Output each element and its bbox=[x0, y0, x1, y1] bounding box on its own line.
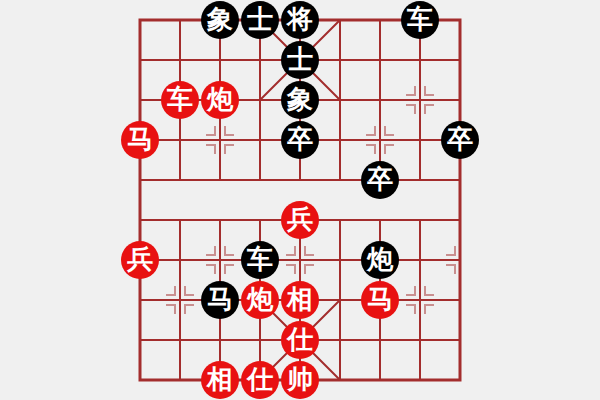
piece-black-soldier[interactable]: 卒 bbox=[361, 161, 399, 199]
piece-glyph: 马 bbox=[367, 287, 393, 313]
piece-black-cannon[interactable]: 炮 bbox=[361, 241, 399, 279]
piece-glyph: 相 bbox=[207, 367, 233, 393]
piece-glyph: 炮 bbox=[247, 287, 273, 313]
piece-black-general[interactable]: 将 bbox=[281, 1, 319, 39]
piece-glyph: 马 bbox=[207, 287, 233, 313]
piece-glyph: 仕 bbox=[287, 327, 313, 353]
piece-glyph: 士 bbox=[287, 47, 313, 73]
pieces-layer: 象士将车士车炮象马卒卒卒兵兵车炮马炮相马仕相仕帅 bbox=[120, 0, 480, 400]
piece-black-advisor[interactable]: 士 bbox=[281, 41, 319, 79]
piece-glyph: 车 bbox=[407, 7, 433, 33]
piece-red-cannon[interactable]: 炮 bbox=[201, 81, 239, 119]
piece-black-chariot[interactable]: 车 bbox=[401, 1, 439, 39]
piece-black-elephant[interactable]: 象 bbox=[281, 81, 319, 119]
piece-black-advisor[interactable]: 士 bbox=[241, 1, 279, 39]
piece-glyph: 士 bbox=[247, 7, 273, 33]
piece-glyph: 帅 bbox=[287, 367, 313, 393]
piece-glyph: 卒 bbox=[367, 167, 393, 193]
piece-glyph: 卒 bbox=[287, 127, 313, 153]
piece-glyph: 车 bbox=[247, 247, 273, 273]
piece-glyph: 象 bbox=[207, 7, 233, 33]
piece-red-chariot[interactable]: 车 bbox=[161, 81, 199, 119]
piece-red-soldier[interactable]: 兵 bbox=[121, 241, 159, 279]
app-background: 象士将车士车炮象马卒卒卒兵兵车炮马炮相马仕相仕帅 bbox=[0, 0, 600, 400]
piece-glyph: 象 bbox=[287, 87, 313, 113]
xiangqi-board[interactable]: 象士将车士车炮象马卒卒卒兵兵车炮马炮相马仕相仕帅 bbox=[0, 0, 600, 400]
piece-red-advisor[interactable]: 仕 bbox=[241, 361, 279, 399]
piece-glyph: 车 bbox=[167, 87, 193, 113]
piece-red-soldier[interactable]: 兵 bbox=[281, 201, 319, 239]
piece-glyph: 相 bbox=[287, 287, 313, 313]
piece-glyph: 炮 bbox=[367, 247, 393, 273]
piece-glyph: 炮 bbox=[207, 87, 233, 113]
piece-glyph: 兵 bbox=[287, 207, 313, 233]
piece-glyph: 兵 bbox=[127, 247, 153, 273]
piece-red-horse[interactable]: 马 bbox=[121, 121, 159, 159]
piece-black-horse[interactable]: 马 bbox=[201, 281, 239, 319]
piece-glyph: 马 bbox=[127, 127, 153, 153]
piece-red-general[interactable]: 帅 bbox=[281, 361, 319, 399]
piece-black-soldier[interactable]: 卒 bbox=[281, 121, 319, 159]
piece-black-chariot[interactable]: 车 bbox=[241, 241, 279, 279]
piece-red-elephant[interactable]: 相 bbox=[201, 361, 239, 399]
piece-glyph: 仕 bbox=[247, 367, 273, 393]
piece-red-horse[interactable]: 马 bbox=[361, 281, 399, 319]
piece-red-advisor[interactable]: 仕 bbox=[281, 321, 319, 359]
piece-glyph: 将 bbox=[287, 7, 313, 33]
piece-black-soldier[interactable]: 卒 bbox=[441, 121, 479, 159]
piece-glyph: 卒 bbox=[447, 127, 473, 153]
piece-red-cannon[interactable]: 炮 bbox=[241, 281, 279, 319]
piece-black-elephant[interactable]: 象 bbox=[201, 1, 239, 39]
piece-red-elephant[interactable]: 相 bbox=[281, 281, 319, 319]
